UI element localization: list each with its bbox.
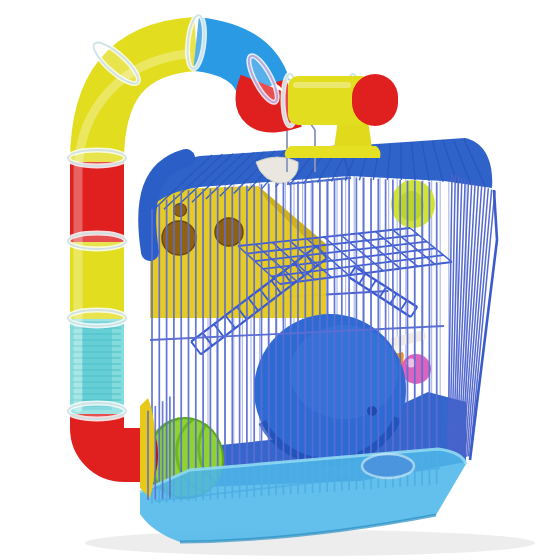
hamster-cage-photo [0,0,560,560]
house-chimney-hole [174,204,187,217]
tee-red-cap [352,74,398,126]
bottle-ball [401,354,431,384]
scene-canvas [0,0,560,560]
wheel-highlight [290,325,398,419]
wire [214,324,224,337]
wheel-hub-hole [367,406,377,416]
food-bowl [362,454,414,478]
saucer-disc [391,180,435,228]
tee-base [285,146,381,158]
hideout-house [150,186,326,318]
